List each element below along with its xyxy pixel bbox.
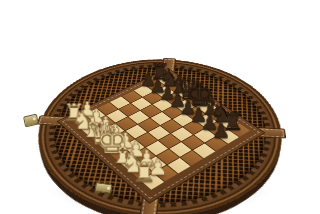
photo-scene: ♜♞♝♛♚♝♞♜♟♟♟♟♟♟♟♟♟♟♟♟♟♟♟♟♜♞♝♛♚♝♞♜ bbox=[0, 0, 320, 214]
round-carved-board: ♜♞♝♛♚♝♞♜♟♟♟♟♟♟♟♟♟♟♟♟♟♟♟♟♜♞♝♛♚♝♞♜ bbox=[0, 37, 320, 214]
square-e3 bbox=[136, 133, 158, 147]
product-photo-round-chess-set: { "game": "chess", "description": "Round… bbox=[0, 0, 320, 214]
brass-latch bbox=[94, 182, 112, 194]
